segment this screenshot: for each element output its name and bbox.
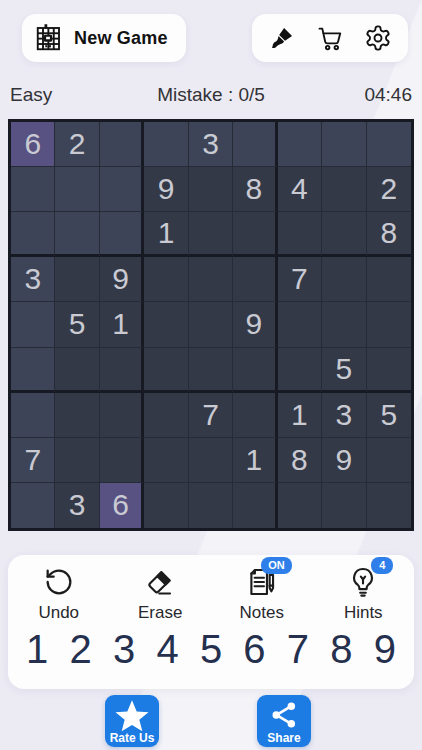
cell-r9c6[interactable] [233, 483, 277, 528]
star-icon [112, 696, 152, 736]
numpad-9[interactable]: 9 [374, 625, 396, 673]
numpad-6[interactable]: 6 [243, 625, 265, 673]
cell-r3c4[interactable]: 1 [144, 212, 188, 257]
mistake-counter: Mistake : 0/5 [157, 84, 265, 106]
theme-brush-button[interactable] [265, 21, 299, 55]
cell-r8c8[interactable]: 9 [322, 438, 366, 483]
brush-icon [268, 24, 296, 52]
game-timer: 04:46 [265, 84, 412, 106]
notes-icon: ON [244, 564, 280, 600]
cell-r7c1[interactable] [11, 393, 55, 438]
cell-r3c6[interactable] [233, 212, 277, 257]
cell-r1c1[interactable]: 6 [11, 122, 55, 167]
cell-r6c4[interactable] [144, 348, 188, 393]
undo-button[interactable]: Undo [15, 564, 103, 623]
gear-icon [364, 24, 392, 52]
cell-r8c9[interactable] [367, 438, 411, 483]
cell-r7c6[interactable] [233, 393, 277, 438]
cell-r8c5[interactable] [189, 438, 233, 483]
cell-r6c7[interactable] [278, 348, 322, 393]
rate-us-button[interactable]: Rate Us [105, 695, 159, 747]
cell-r5c5[interactable] [189, 302, 233, 347]
cell-r5c9[interactable] [367, 302, 411, 347]
cart-icon [316, 24, 344, 52]
tools-row: Undo Erase [8, 555, 414, 623]
cell-r6c3[interactable] [100, 348, 144, 393]
cell-r2c3[interactable] [100, 167, 144, 212]
cell-r6c9[interactable] [367, 348, 411, 393]
erase-label: Erase [138, 603, 182, 623]
cell-r2c8[interactable] [322, 167, 366, 212]
cell-r9c1[interactable] [11, 483, 55, 528]
cell-r3c3[interactable] [100, 212, 144, 257]
cell-r6c6[interactable] [233, 348, 277, 393]
shop-cart-button[interactable] [313, 21, 347, 55]
cell-r7c8[interactable]: 3 [322, 393, 366, 438]
cell-r2c4[interactable]: 9 [144, 167, 188, 212]
cell-r3c9[interactable]: 8 [367, 212, 411, 257]
cell-r1c6[interactable] [233, 122, 277, 167]
cell-r2c6[interactable]: 8 [233, 167, 277, 212]
undo-label: Undo [38, 603, 79, 623]
numpad-1[interactable]: 1 [26, 625, 48, 673]
share-button[interactable]: Share [257, 695, 311, 747]
cell-r2c2[interactable] [55, 167, 99, 212]
cell-r2c9[interactable]: 2 [367, 167, 411, 212]
share-label: Share [257, 731, 311, 745]
hints-label: Hints [344, 603, 383, 623]
topbar-actions [252, 14, 408, 62]
share-icon [268, 699, 300, 731]
cell-r1c4[interactable] [144, 122, 188, 167]
cell-r3c2[interactable] [55, 212, 99, 257]
cell-r3c5[interactable] [189, 212, 233, 257]
cell-r8c6[interactable]: 1 [233, 438, 277, 483]
cell-r9c3[interactable]: 6 [100, 483, 144, 528]
cell-r6c8[interactable]: 5 [322, 348, 366, 393]
cell-r8c4[interactable] [144, 438, 188, 483]
sudoku-board: 62398421839751957135718936 [8, 119, 414, 531]
undo-icon [41, 564, 77, 600]
cell-r4c1[interactable]: 3 [11, 257, 55, 302]
cell-r9c8[interactable] [322, 483, 366, 528]
cell-r4c5[interactable] [189, 257, 233, 302]
cell-r4c6[interactable] [233, 257, 277, 302]
cell-r6c5[interactable] [189, 348, 233, 393]
toolbar-card: Undo Erase [8, 555, 414, 689]
cell-r6c1[interactable] [11, 348, 55, 393]
cell-r1c5[interactable]: 3 [189, 122, 233, 167]
cell-r9c4[interactable] [144, 483, 188, 528]
numpad-5[interactable]: 5 [200, 625, 222, 673]
numpad-3[interactable]: 3 [113, 625, 135, 673]
settings-button[interactable] [361, 21, 395, 55]
difficulty-label: Easy [10, 84, 157, 106]
cell-r9c2[interactable]: 3 [55, 483, 99, 528]
cell-r5c6[interactable]: 9 [233, 302, 277, 347]
bulb-icon: 4 [345, 564, 381, 600]
eraser-icon [142, 564, 178, 600]
new-game-button[interactable]: New Game [22, 14, 186, 62]
cell-r1c9[interactable] [367, 122, 411, 167]
cell-r8c7[interactable]: 8 [278, 438, 322, 483]
cell-r2c5[interactable] [189, 167, 233, 212]
cell-r4c3[interactable]: 9 [100, 257, 144, 302]
cell-r5c8[interactable] [322, 302, 366, 347]
cell-r2c1[interactable] [11, 167, 55, 212]
cell-r8c1[interactable]: 7 [11, 438, 55, 483]
cell-r1c8[interactable] [322, 122, 366, 167]
hints-count-badge: 4 [371, 557, 393, 574]
cell-r4c8[interactable] [322, 257, 366, 302]
sudoku-grid-icon [34, 23, 64, 53]
cell-r6c2[interactable] [55, 348, 99, 393]
notes-on-badge: ON [261, 557, 292, 574]
notes-label: Notes [240, 603, 284, 623]
cell-r1c2[interactable]: 2 [55, 122, 99, 167]
erase-button[interactable]: Erase [116, 564, 204, 623]
cell-r8c3[interactable] [100, 438, 144, 483]
cell-r4c4[interactable] [144, 257, 188, 302]
number-pad: 123456789 [8, 623, 414, 673]
cell-r3c7[interactable] [278, 212, 322, 257]
cell-r7c7[interactable]: 1 [278, 393, 322, 438]
numpad-2[interactable]: 2 [69, 625, 91, 673]
cell-r7c9[interactable]: 5 [367, 393, 411, 438]
cell-r7c2[interactable] [55, 393, 99, 438]
cell-r8c2[interactable] [55, 438, 99, 483]
cell-r5c4[interactable] [144, 302, 188, 347]
cell-r5c2[interactable]: 5 [55, 302, 99, 347]
status-bar: Easy Mistake : 0/5 04:46 [0, 84, 422, 106]
cell-r5c1[interactable] [11, 302, 55, 347]
cell-r1c7[interactable] [278, 122, 322, 167]
numpad-7[interactable]: 7 [287, 625, 309, 673]
cell-r3c8[interactable] [322, 212, 366, 257]
numpad-8[interactable]: 8 [330, 625, 352, 673]
rate-us-label: Rate Us [105, 731, 159, 745]
cell-r4c7[interactable]: 7 [278, 257, 322, 302]
cell-r7c5[interactable]: 7 [189, 393, 233, 438]
cell-r9c7[interactable] [278, 483, 322, 528]
notes-button[interactable]: ON Notes [218, 564, 306, 623]
numpad-4[interactable]: 4 [156, 625, 178, 673]
new-game-label: New Game [74, 28, 168, 49]
cell-r4c9[interactable] [367, 257, 411, 302]
cell-r5c7[interactable] [278, 302, 322, 347]
cell-r3c1[interactable] [11, 212, 55, 257]
cell-r7c4[interactable] [144, 393, 188, 438]
cell-r9c5[interactable] [189, 483, 233, 528]
cell-r1c3[interactable] [100, 122, 144, 167]
cell-r9c9[interactable] [367, 483, 411, 528]
hints-button[interactable]: 4 Hints [319, 564, 407, 623]
cell-r2c7[interactable]: 4 [278, 167, 322, 212]
cell-r5c3[interactable]: 1 [100, 302, 144, 347]
cell-r7c3[interactable] [100, 393, 144, 438]
cell-r4c2[interactable] [55, 257, 99, 302]
